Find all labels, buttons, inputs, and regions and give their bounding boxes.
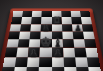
square-g6[interactable]: ♟ [72,24,83,31]
square-d4[interactable]: ♚ [40,39,51,47]
square-b6[interactable] [20,24,31,31]
square-c3[interactable]: ♟ [28,48,40,57]
square-d1[interactable] [39,67,52,71]
square-f1[interactable] [64,67,77,71]
square-e2[interactable] [52,57,64,67]
square-d3[interactable] [40,48,52,57]
square-f2[interactable] [63,57,76,67]
square-f4[interactable] [62,39,74,47]
chess-board[interactable]: ♜♟♟♚♝♟♟ [1,11,102,71]
square-a6[interactable] [10,24,22,31]
square-f5[interactable] [62,31,73,39]
square-h1[interactable] [88,67,102,71]
black-pawn-d6[interactable]: ♟ [41,24,51,32]
square-d2[interactable] [39,57,51,67]
square-f7[interactable] [61,17,71,24]
square-b1[interactable] [13,67,27,71]
square-c1[interactable] [26,67,39,71]
black-pawn-e3[interactable]: ♟ [52,48,64,57]
black-king-d4[interactable]: ♚ [40,35,51,48]
square-h4[interactable] [84,39,96,47]
square-h2[interactable] [87,57,101,67]
square-f3[interactable] [63,48,75,57]
black-pawn-g6[interactable]: ♟ [72,24,82,32]
square-e3[interactable]: ♟ [52,48,64,57]
square-f6[interactable] [62,24,73,31]
square-h6[interactable] [82,24,94,31]
square-d6[interactable]: ♟ [41,24,51,31]
board-perspective-scene: ♜♟♟♚♝♟♟ [0,8,103,71]
square-h5[interactable] [83,31,95,39]
square-b4[interactable] [18,39,30,47]
chess-app-window: ♜♟♟♚♝♟♟ [0,0,103,71]
square-e4[interactable]: ♝ [52,39,63,47]
square-c2[interactable] [27,57,40,67]
black-pawn-c3[interactable]: ♟ [28,48,40,57]
square-e6[interactable] [52,24,62,31]
square-e7[interactable]: ♜ [52,17,62,24]
board-wooden-frame: ♜♟♟♚♝♟♟ [0,8,103,71]
square-a5[interactable] [8,31,20,39]
black-rook-e7[interactable]: ♜ [52,16,62,25]
square-h3[interactable] [85,48,98,57]
square-b2[interactable] [15,57,28,67]
square-a1[interactable] [1,67,15,71]
square-b5[interactable] [19,31,31,39]
square-e1[interactable] [52,67,65,71]
square-a2[interactable] [3,57,17,67]
square-g2[interactable] [75,57,88,67]
